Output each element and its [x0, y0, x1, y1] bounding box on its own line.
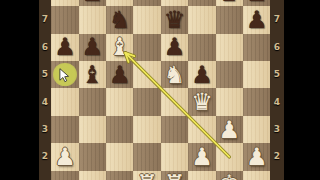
square-g5[interactable]	[216, 61, 243, 88]
rank-label-right-3: 3	[271, 124, 283, 134]
piece-white-knight-e5[interactable]: ♞	[161, 61, 188, 88]
piece-black-bishop-b5[interactable]: ♝	[79, 61, 106, 88]
rank-label-right-2: 2	[271, 151, 283, 161]
piece-black-rook-b8[interactable]: ♜	[79, 0, 106, 6]
rank-label-left-6: 6	[39, 42, 51, 52]
square-b2[interactable]	[79, 143, 106, 170]
square-a1[interactable]	[51, 171, 78, 180]
cursor-highlight-a5	[53, 63, 76, 86]
square-b7[interactable]	[79, 6, 106, 33]
square-d4[interactable]	[133, 88, 160, 115]
piece-white-pawn-a2[interactable]: ♟	[51, 143, 78, 170]
rank-label-left-4: 4	[39, 97, 51, 107]
square-b1[interactable]	[79, 171, 106, 180]
square-e4[interactable]	[161, 88, 188, 115]
square-c4[interactable]	[106, 88, 133, 115]
rank-label-right-5: 5	[271, 69, 283, 79]
square-f7[interactable]	[188, 6, 215, 33]
square-g6[interactable]	[216, 34, 243, 61]
rank-label-right-7: 7	[271, 14, 283, 24]
rank-label-left-2: 2	[39, 151, 51, 161]
square-h1[interactable]	[243, 171, 270, 180]
video-frame: ♜♚♜♞♛♟♟♟♝♟♝♟♞♟♛♟♟♟♟♜♜♚765432765432	[0, 0, 320, 180]
piece-black-pawn-b6[interactable]: ♟	[79, 34, 106, 61]
chess-board-frame: ♜♚♜♞♛♟♟♟♝♟♝♟♞♟♛♟♟♟♟♜♜♚765432765432	[39, 0, 284, 180]
square-d5[interactable]	[133, 61, 160, 88]
square-g4[interactable]	[216, 88, 243, 115]
square-h6[interactable]	[243, 34, 270, 61]
square-f3[interactable]	[188, 116, 215, 143]
square-d7[interactable]	[133, 6, 160, 33]
piece-white-pawn-g3[interactable]: ♟	[216, 116, 243, 143]
square-d6[interactable]	[133, 34, 160, 61]
square-c2[interactable]	[106, 143, 133, 170]
square-d2[interactable]	[133, 143, 160, 170]
piece-black-knight-c7[interactable]: ♞	[106, 6, 133, 33]
piece-white-rook-d1[interactable]: ♜	[133, 171, 160, 180]
square-h3[interactable]	[243, 116, 270, 143]
square-h5[interactable]	[243, 61, 270, 88]
square-c1[interactable]	[106, 171, 133, 180]
square-h4[interactable]	[243, 88, 270, 115]
piece-black-pawn-a6[interactable]: ♟	[51, 34, 78, 61]
square-c3[interactable]	[106, 116, 133, 143]
piece-white-pawn-f2[interactable]: ♟	[188, 143, 215, 170]
square-b4[interactable]	[79, 88, 106, 115]
square-f6[interactable]	[188, 34, 215, 61]
piece-white-bishop-c6[interactable]: ♝	[106, 34, 133, 61]
square-g7[interactable]	[216, 6, 243, 33]
piece-black-pawn-h7[interactable]: ♟	[243, 6, 270, 33]
square-f1[interactable]	[188, 171, 215, 180]
square-a3[interactable]	[51, 116, 78, 143]
rank-label-left-3: 3	[39, 124, 51, 134]
piece-black-pawn-f5[interactable]: ♟	[188, 61, 215, 88]
rank-label-right-4: 4	[271, 97, 283, 107]
square-b3[interactable]	[79, 116, 106, 143]
piece-black-pawn-c5[interactable]: ♟	[106, 61, 133, 88]
square-e3[interactable]	[161, 116, 188, 143]
piece-black-pawn-e6[interactable]: ♟	[161, 34, 188, 61]
square-a7[interactable]	[51, 6, 78, 33]
piece-black-king-g8[interactable]: ♚	[216, 0, 243, 6]
chess-board: ♜♚♜♞♛♟♟♟♝♟♝♟♞♟♛♟♟♟♟♜♜♚	[51, 0, 270, 180]
rank-label-left-7: 7	[39, 14, 51, 24]
square-d3[interactable]	[133, 116, 160, 143]
piece-white-rook-e1[interactable]: ♜	[161, 171, 188, 180]
piece-black-queen-e7[interactable]: ♛	[161, 6, 188, 33]
square-a4[interactable]	[51, 88, 78, 115]
piece-white-queen-f4[interactable]: ♛	[188, 88, 215, 115]
rank-label-left-5: 5	[39, 69, 51, 79]
square-g2[interactable]	[216, 143, 243, 170]
square-e2[interactable]	[161, 143, 188, 170]
piece-white-king-g1[interactable]: ♚	[216, 171, 243, 180]
piece-white-pawn-h2[interactable]: ♟	[243, 143, 270, 170]
rank-label-right-6: 6	[271, 42, 283, 52]
